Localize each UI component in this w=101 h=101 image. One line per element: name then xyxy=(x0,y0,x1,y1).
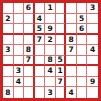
given-digit: 2 xyxy=(47,36,52,44)
cell-r5c5-empty[interactable] xyxy=(45,45,56,56)
cell-r8c6-given[interactable]: 7 xyxy=(56,77,67,88)
cell-r8c5-empty[interactable] xyxy=(45,77,56,88)
cell-r1c6-empty[interactable] xyxy=(56,3,67,14)
cell-r8c2-given[interactable]: 4 xyxy=(14,77,25,88)
given-digit: 7 xyxy=(57,78,62,86)
cell-r9c2-empty[interactable] xyxy=(14,87,25,98)
cell-r3c8-given[interactable]: 6 xyxy=(77,24,88,35)
cell-r1c5-given[interactable]: 1 xyxy=(45,3,56,14)
cell-r4c4-given[interactable]: 7 xyxy=(35,35,46,46)
cell-r3c9-empty[interactable] xyxy=(87,24,98,35)
cell-r8c9-given[interactable]: 9 xyxy=(87,77,98,88)
cell-r1c2-empty[interactable] xyxy=(14,3,25,14)
cell-r9c9-empty[interactable] xyxy=(87,87,98,98)
cell-r1c4-empty[interactable] xyxy=(35,3,46,14)
cell-r4c8-empty[interactable] xyxy=(77,35,88,46)
given-digit: 3 xyxy=(90,4,95,12)
given-digit: 3 xyxy=(5,46,10,54)
cell-r9c3-empty[interactable] xyxy=(24,87,35,98)
cell-r2c2-empty[interactable] xyxy=(14,14,25,25)
given-digit: 4 xyxy=(16,78,21,86)
cell-r4c3-empty[interactable] xyxy=(24,35,35,46)
given-digit: 4 xyxy=(68,89,73,97)
given-digit: 4 xyxy=(47,67,52,75)
cell-r5c2-empty[interactable] xyxy=(14,45,25,56)
cell-r4c9-empty[interactable] xyxy=(87,35,98,46)
given-digit: 7 xyxy=(68,46,73,54)
given-digit: 1 xyxy=(57,67,62,75)
cell-r6c9-empty[interactable] xyxy=(87,56,98,67)
cell-r6c1-empty[interactable] xyxy=(3,56,14,67)
cell-r2c8-given[interactable]: 5 xyxy=(77,14,88,25)
given-digit: 7 xyxy=(26,56,31,64)
cell-r1c1-empty[interactable] xyxy=(3,3,14,14)
cell-r7c9-empty[interactable] xyxy=(87,66,98,77)
cell-r3c5-given[interactable]: 9 xyxy=(45,24,56,35)
cell-r5c4-empty[interactable] xyxy=(35,45,46,56)
cell-r5c1-given[interactable]: 3 xyxy=(3,45,14,56)
given-digit: 5 xyxy=(37,25,42,33)
cell-r5c6-empty[interactable] xyxy=(56,45,67,56)
cell-r2c9-empty[interactable] xyxy=(87,14,98,25)
given-digit: 2 xyxy=(5,15,10,23)
given-digit: 3 xyxy=(47,89,52,97)
cell-r9c8-empty[interactable] xyxy=(77,87,88,98)
cell-r7c3-empty[interactable] xyxy=(24,66,35,77)
cell-r8c3-empty[interactable] xyxy=(24,77,35,88)
cell-r3c2-empty[interactable] xyxy=(14,24,25,35)
cell-r7c8-empty[interactable] xyxy=(77,66,88,77)
cell-r1c9-given[interactable]: 3 xyxy=(87,3,98,14)
cell-r3c1-empty[interactable] xyxy=(3,24,14,35)
given-digit: 5 xyxy=(57,56,62,64)
cell-r9c4-empty[interactable] xyxy=(35,87,46,98)
cell-r5c7-given[interactable]: 7 xyxy=(66,45,77,56)
cell-r2c4-given[interactable]: 4 xyxy=(35,14,46,25)
given-digit: 1 xyxy=(47,4,52,12)
cell-r6c3-given[interactable]: 7 xyxy=(24,56,35,67)
cell-r7c4-empty[interactable] xyxy=(35,66,46,77)
given-digit: 6 xyxy=(26,4,31,12)
given-digit: 9 xyxy=(90,78,95,86)
cell-r6c4-empty[interactable] xyxy=(35,56,46,67)
cell-r8c1-empty[interactable] xyxy=(3,77,14,88)
cell-r3c6-empty[interactable] xyxy=(56,24,67,35)
cell-r6c6-given[interactable]: 5 xyxy=(56,56,67,67)
cell-r9c5-given[interactable]: 3 xyxy=(45,87,56,98)
given-digit: 8 xyxy=(68,36,73,44)
cell-r7c2-given[interactable]: 3 xyxy=(14,66,25,77)
cell-r5c3-given[interactable]: 8 xyxy=(24,45,35,56)
cell-r2c3-empty[interactable] xyxy=(24,14,35,25)
cell-r1c8-empty[interactable] xyxy=(77,3,88,14)
cell-r4c7-given[interactable]: 8 xyxy=(66,35,77,46)
cell-r8c8-empty[interactable] xyxy=(77,77,88,88)
cell-r2c6-empty[interactable] xyxy=(56,14,67,25)
cell-r2c1-given[interactable]: 2 xyxy=(3,14,14,25)
given-digit: 3 xyxy=(16,67,21,75)
cell-r6c5-given[interactable]: 8 xyxy=(45,56,56,67)
cell-r7c5-given[interactable]: 4 xyxy=(45,66,56,77)
cell-r6c8-empty[interactable] xyxy=(77,56,88,67)
cell-r4c1-empty[interactable] xyxy=(3,35,14,46)
cell-r7c7-empty[interactable] xyxy=(66,66,77,77)
cell-r5c8-empty[interactable] xyxy=(77,45,88,56)
cell-r7c6-given[interactable]: 1 xyxy=(56,66,67,77)
cell-r4c2-empty[interactable] xyxy=(14,35,25,46)
cell-r4c6-empty[interactable] xyxy=(56,35,67,46)
cell-r9c6-empty[interactable] xyxy=(56,87,67,98)
sudoku-board: 6132455967283874785341479834 xyxy=(0,0,101,101)
cell-r8c4-empty[interactable] xyxy=(35,77,46,88)
given-digit: 6 xyxy=(79,25,84,33)
cell-r2c7-empty[interactable] xyxy=(66,14,77,25)
cell-r5c9-given[interactable]: 4 xyxy=(87,45,98,56)
given-digit: 9 xyxy=(47,25,52,33)
cell-r3c4-given[interactable]: 5 xyxy=(35,24,46,35)
cell-r8c7-empty[interactable] xyxy=(66,77,77,88)
cell-r3c7-empty[interactable] xyxy=(66,24,77,35)
cell-r7c1-empty[interactable] xyxy=(3,66,14,77)
cell-r4c5-given[interactable]: 2 xyxy=(45,35,56,46)
given-digit: 8 xyxy=(5,89,10,97)
given-digit: 5 xyxy=(79,15,84,23)
cell-r3c3-empty[interactable] xyxy=(24,24,35,35)
cell-r9c1-given[interactable]: 8 xyxy=(3,87,14,98)
given-digit: 4 xyxy=(37,15,42,23)
given-digit: 8 xyxy=(47,56,52,64)
cell-r6c2-empty[interactable] xyxy=(14,56,25,67)
cell-r6c7-empty[interactable] xyxy=(66,56,77,67)
cell-r9c7-given[interactable]: 4 xyxy=(66,87,77,98)
given-digit: 4 xyxy=(90,46,95,54)
given-digit: 7 xyxy=(37,36,42,44)
given-digit: 8 xyxy=(26,46,31,54)
cell-r2c5-empty[interactable] xyxy=(45,14,56,25)
cell-r1c7-empty[interactable] xyxy=(66,3,77,14)
cell-r1c3-given[interactable]: 6 xyxy=(24,3,35,14)
